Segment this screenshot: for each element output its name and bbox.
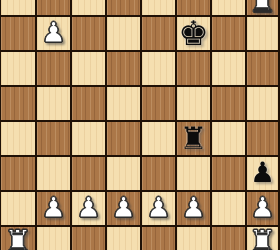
square-d1[interactable] bbox=[105, 225, 140, 250]
square-f4[interactable]: ♜ bbox=[175, 120, 210, 155]
square-g6[interactable] bbox=[210, 50, 245, 85]
square-b7[interactable]: ♟ bbox=[35, 15, 70, 50]
square-g2[interactable] bbox=[210, 190, 245, 225]
piece-white-rook[interactable]: ♜ bbox=[249, 227, 277, 250]
square-h1[interactable]: ♜ bbox=[245, 225, 280, 250]
square-f2[interactable]: ♟ bbox=[175, 190, 210, 225]
square-b8[interactable] bbox=[35, 0, 70, 15]
square-b4[interactable] bbox=[35, 120, 70, 155]
square-f6[interactable] bbox=[175, 50, 210, 85]
square-d5[interactable] bbox=[105, 85, 140, 120]
square-e2[interactable]: ♟ bbox=[140, 190, 175, 225]
square-c5[interactable] bbox=[70, 85, 105, 120]
square-f3[interactable] bbox=[175, 155, 210, 190]
piece-black-king[interactable]: ♚ bbox=[178, 17, 208, 49]
piece-white-pawn[interactable]: ♟ bbox=[146, 195, 171, 222]
chess-board-window: ♜♟♚♜♟♟♟♟♟♟♟♜♜ bbox=[0, 0, 280, 250]
piece-white-pawn[interactable]: ♟ bbox=[41, 195, 66, 222]
square-e5[interactable] bbox=[140, 85, 175, 120]
square-c4[interactable] bbox=[70, 120, 105, 155]
piece-white-pawn[interactable]: ♟ bbox=[41, 20, 66, 47]
square-h6[interactable] bbox=[245, 50, 280, 85]
piece-white-rook[interactable]: ♜ bbox=[249, 0, 277, 15]
square-b3[interactable] bbox=[35, 155, 70, 190]
square-a8[interactable] bbox=[0, 0, 35, 15]
square-a3[interactable] bbox=[0, 155, 35, 190]
square-a7[interactable] bbox=[0, 15, 35, 50]
square-d7[interactable] bbox=[105, 15, 140, 50]
square-g3[interactable] bbox=[210, 155, 245, 190]
square-e6[interactable] bbox=[140, 50, 175, 85]
square-d6[interactable] bbox=[105, 50, 140, 85]
square-a2[interactable] bbox=[0, 190, 35, 225]
square-d8[interactable] bbox=[105, 0, 140, 15]
square-c1[interactable] bbox=[70, 225, 105, 250]
square-b2[interactable]: ♟ bbox=[35, 190, 70, 225]
square-e8[interactable] bbox=[140, 0, 175, 15]
piece-white-pawn[interactable]: ♟ bbox=[181, 195, 206, 222]
square-a4[interactable] bbox=[0, 120, 35, 155]
square-e1[interactable] bbox=[140, 225, 175, 250]
square-g1[interactable] bbox=[210, 225, 245, 250]
square-g5[interactable] bbox=[210, 85, 245, 120]
square-g7[interactable] bbox=[210, 15, 245, 50]
square-h4[interactable] bbox=[245, 120, 280, 155]
square-b1[interactable] bbox=[35, 225, 70, 250]
square-c7[interactable] bbox=[70, 15, 105, 50]
square-d2[interactable]: ♟ bbox=[105, 190, 140, 225]
square-e7[interactable] bbox=[140, 15, 175, 50]
square-a6[interactable] bbox=[0, 50, 35, 85]
piece-black-pawn[interactable]: ♟ bbox=[250, 160, 275, 187]
piece-black-rook[interactable]: ♜ bbox=[180, 124, 208, 153]
square-c6[interactable] bbox=[70, 50, 105, 85]
square-d3[interactable] bbox=[105, 155, 140, 190]
square-h3[interactable]: ♟ bbox=[245, 155, 280, 190]
square-b5[interactable] bbox=[35, 85, 70, 120]
square-b6[interactable] bbox=[35, 50, 70, 85]
square-e3[interactable] bbox=[140, 155, 175, 190]
piece-white-pawn[interactable]: ♟ bbox=[250, 195, 275, 222]
square-a1[interactable]: ♜ bbox=[0, 225, 35, 250]
square-g4[interactable] bbox=[210, 120, 245, 155]
square-c8[interactable] bbox=[70, 0, 105, 15]
square-c2[interactable]: ♟ bbox=[70, 190, 105, 225]
square-c3[interactable] bbox=[70, 155, 105, 190]
square-h8[interactable]: ♜ bbox=[245, 0, 280, 15]
square-f5[interactable] bbox=[175, 85, 210, 120]
square-h5[interactable] bbox=[245, 85, 280, 120]
piece-white-pawn[interactable]: ♟ bbox=[111, 195, 136, 222]
square-f7[interactable]: ♚ bbox=[175, 15, 210, 50]
square-h2[interactable]: ♟ bbox=[245, 190, 280, 225]
square-f8[interactable] bbox=[175, 0, 210, 15]
chess-board: ♜♟♚♜♟♟♟♟♟♟♟♜♜ bbox=[0, 0, 280, 250]
square-g8[interactable] bbox=[210, 0, 245, 15]
square-h7[interactable] bbox=[245, 15, 280, 50]
square-f1[interactable] bbox=[175, 225, 210, 250]
piece-white-pawn[interactable]: ♟ bbox=[76, 195, 101, 222]
square-d4[interactable] bbox=[105, 120, 140, 155]
square-a5[interactable] bbox=[0, 85, 35, 120]
piece-white-rook[interactable]: ♜ bbox=[4, 227, 32, 250]
square-e4[interactable] bbox=[140, 120, 175, 155]
